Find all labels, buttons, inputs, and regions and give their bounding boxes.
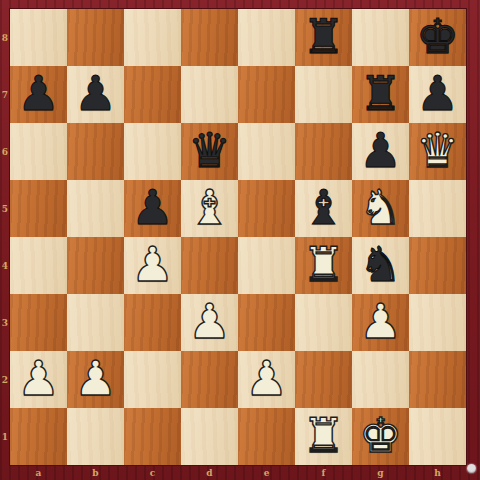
square-h2[interactable] — [409, 351, 466, 408]
square-c8[interactable] — [124, 9, 181, 66]
white-pawn-g3[interactable]: ♟ — [359, 297, 402, 345]
square-d5[interactable]: ♝ — [181, 180, 238, 237]
square-e5[interactable] — [238, 180, 295, 237]
black-queen-d6[interactable]: ♛ — [188, 126, 231, 174]
square-e3[interactable] — [238, 294, 295, 351]
white-king-g1[interactable]: ♚ — [359, 411, 402, 459]
rank-label-8: 8 — [0, 9, 10, 66]
file-label-e: e — [238, 465, 295, 480]
file-label-b: b — [67, 465, 124, 480]
file-label-f: f — [295, 465, 352, 480]
white-pawn-b2[interactable]: ♟ — [74, 354, 117, 402]
white-knight-g5[interactable]: ♞ — [359, 183, 402, 231]
square-b3[interactable] — [67, 294, 124, 351]
square-d2[interactable] — [181, 351, 238, 408]
square-e7[interactable] — [238, 66, 295, 123]
square-h7[interactable]: ♟ — [409, 66, 466, 123]
square-d3[interactable]: ♟ — [181, 294, 238, 351]
black-pawn-b7[interactable]: ♟ — [74, 69, 117, 117]
square-c5[interactable]: ♟ — [124, 180, 181, 237]
white-pawn-c4[interactable]: ♟ — [131, 240, 174, 288]
square-g5[interactable]: ♞ — [352, 180, 409, 237]
square-f8[interactable]: ♜ — [295, 9, 352, 66]
square-f7[interactable] — [295, 66, 352, 123]
square-c6[interactable] — [124, 123, 181, 180]
black-knight-g4[interactable]: ♞ — [359, 240, 402, 288]
file-label-a: a — [10, 465, 67, 480]
square-d4[interactable] — [181, 237, 238, 294]
black-king-h8[interactable]: ♚ — [416, 12, 459, 60]
square-b2[interactable]: ♟ — [67, 351, 124, 408]
square-g7[interactable]: ♜ — [352, 66, 409, 123]
square-b4[interactable] — [67, 237, 124, 294]
black-pawn-g6[interactable]: ♟ — [359, 126, 402, 174]
black-pawn-h7[interactable]: ♟ — [416, 69, 459, 117]
square-g3[interactable]: ♟ — [352, 294, 409, 351]
rank-label-2: 2 — [0, 351, 10, 408]
square-a8[interactable] — [10, 9, 67, 66]
square-a1[interactable] — [10, 408, 67, 465]
square-f2[interactable] — [295, 351, 352, 408]
square-a4[interactable] — [10, 237, 67, 294]
square-a2[interactable]: ♟ — [10, 351, 67, 408]
rank-label-1: 1 — [0, 408, 10, 465]
white-bishop-d5[interactable]: ♝ — [188, 183, 231, 231]
square-f5[interactable]: ♝ — [295, 180, 352, 237]
chess-board-frame: ♜♚♟♟♜♟♛♟♛♟♝♝♞♟♜♞♟♟♟♟♟♜♚ 87654321 abcdefg… — [0, 0, 480, 480]
square-e1[interactable] — [238, 408, 295, 465]
file-label-h: h — [409, 465, 466, 480]
white-pawn-e2[interactable]: ♟ — [245, 354, 288, 402]
rank-label-4: 4 — [0, 237, 10, 294]
square-h5[interactable] — [409, 180, 466, 237]
square-b6[interactable] — [67, 123, 124, 180]
square-b5[interactable] — [67, 180, 124, 237]
file-label-c: c — [124, 465, 181, 480]
square-h4[interactable] — [409, 237, 466, 294]
square-d7[interactable] — [181, 66, 238, 123]
white-pawn-a2[interactable]: ♟ — [17, 354, 60, 402]
square-g1[interactable]: ♚ — [352, 408, 409, 465]
square-e6[interactable] — [238, 123, 295, 180]
black-pawn-a7[interactable]: ♟ — [17, 69, 60, 117]
square-g6[interactable]: ♟ — [352, 123, 409, 180]
square-f1[interactable]: ♜ — [295, 408, 352, 465]
rank-label-7: 7 — [0, 66, 10, 123]
square-f3[interactable] — [295, 294, 352, 351]
square-c4[interactable]: ♟ — [124, 237, 181, 294]
square-f4[interactable]: ♜ — [295, 237, 352, 294]
white-pawn-d3[interactable]: ♟ — [188, 297, 231, 345]
square-c1[interactable] — [124, 408, 181, 465]
square-h1[interactable] — [409, 408, 466, 465]
white-queen-h6[interactable]: ♛ — [416, 126, 459, 174]
square-a3[interactable] — [10, 294, 67, 351]
file-label-g: g — [352, 465, 409, 480]
square-g4[interactable]: ♞ — [352, 237, 409, 294]
square-c7[interactable] — [124, 66, 181, 123]
square-a5[interactable] — [10, 180, 67, 237]
square-d8[interactable] — [181, 9, 238, 66]
square-c3[interactable] — [124, 294, 181, 351]
white-rook-f4[interactable]: ♜ — [302, 240, 345, 288]
square-e2[interactable]: ♟ — [238, 351, 295, 408]
square-d1[interactable] — [181, 408, 238, 465]
white-rook-f1[interactable]: ♜ — [302, 411, 345, 459]
chess-board: ♜♚♟♟♜♟♛♟♛♟♝♝♞♟♜♞♟♟♟♟♟♜♚ — [10, 9, 466, 465]
square-e4[interactable] — [238, 237, 295, 294]
square-f6[interactable] — [295, 123, 352, 180]
square-e8[interactable] — [238, 9, 295, 66]
square-h3[interactable] — [409, 294, 466, 351]
square-h8[interactable]: ♚ — [409, 9, 466, 66]
black-rook-g7[interactable]: ♜ — [359, 69, 402, 117]
square-g8[interactable] — [352, 9, 409, 66]
file-label-d: d — [181, 465, 238, 480]
square-a6[interactable] — [10, 123, 67, 180]
black-rook-f8[interactable]: ♜ — [302, 12, 345, 60]
rank-label-5: 5 — [0, 180, 10, 237]
square-b7[interactable]: ♟ — [67, 66, 124, 123]
white-to-move-indicator — [467, 464, 476, 473]
black-bishop-f5[interactable]: ♝ — [302, 183, 345, 231]
square-g2[interactable] — [352, 351, 409, 408]
rank-label-6: 6 — [0, 123, 10, 180]
rank-label-3: 3 — [0, 294, 10, 351]
square-c2[interactable] — [124, 351, 181, 408]
square-a7[interactable]: ♟ — [10, 66, 67, 123]
square-b1[interactable] — [67, 408, 124, 465]
square-d6[interactable]: ♛ — [181, 123, 238, 180]
square-b8[interactable] — [67, 9, 124, 66]
square-h6[interactable]: ♛ — [409, 123, 466, 180]
black-pawn-c5[interactable]: ♟ — [131, 183, 174, 231]
